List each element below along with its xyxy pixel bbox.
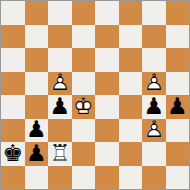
square-e6[interactable] xyxy=(95,48,119,72)
square-f1[interactable] xyxy=(119,166,143,190)
square-e5[interactable] xyxy=(95,72,119,96)
white-pawn-icon: ♙ xyxy=(49,71,70,94)
square-e4[interactable] xyxy=(95,95,119,119)
square-f3[interactable] xyxy=(119,119,143,143)
square-e3[interactable] xyxy=(95,119,119,143)
square-d2[interactable] xyxy=(72,142,96,166)
black-pawn-icon: ♟ xyxy=(49,94,70,117)
white-rook: ♜♖ xyxy=(48,142,72,166)
square-b1[interactable] xyxy=(25,166,49,190)
square-d7[interactable] xyxy=(72,25,96,49)
square-d1[interactable] xyxy=(72,166,96,190)
square-f7[interactable] xyxy=(119,25,143,49)
square-b7[interactable] xyxy=(25,25,49,49)
square-h8[interactable] xyxy=(166,1,190,25)
square-c2[interactable]: ♜♖ xyxy=(48,142,72,166)
square-a6[interactable] xyxy=(1,48,25,72)
white-pawn-icon: ♙ xyxy=(143,71,164,94)
square-h1[interactable] xyxy=(166,166,190,190)
square-c1[interactable] xyxy=(48,166,72,190)
square-a2[interactable]: ♚ xyxy=(1,142,25,166)
square-f2[interactable] xyxy=(119,142,143,166)
square-e2[interactable] xyxy=(95,142,119,166)
black-pawn-icon: ♟ xyxy=(26,118,47,141)
black-pawn: ♟ xyxy=(166,95,190,119)
white-king-icon: ♔ xyxy=(73,94,94,117)
square-b6[interactable] xyxy=(25,48,49,72)
square-h6[interactable] xyxy=(166,48,190,72)
white-pawn: ♟♙ xyxy=(142,119,166,143)
black-king-icon: ♚ xyxy=(2,141,23,164)
square-h3[interactable] xyxy=(166,119,190,143)
black-pawn-icon: ♟ xyxy=(167,94,188,117)
square-b5[interactable] xyxy=(25,72,49,96)
square-f4[interactable] xyxy=(119,95,143,119)
black-pawn-icon: ♟ xyxy=(143,94,164,117)
square-d3[interactable] xyxy=(72,119,96,143)
black-pawn: ♟ xyxy=(48,95,72,119)
square-g1[interactable] xyxy=(142,166,166,190)
black-pawn-icon: ♟ xyxy=(26,141,47,164)
square-e8[interactable] xyxy=(95,1,119,25)
square-f6[interactable] xyxy=(119,48,143,72)
white-pawn-icon: ♙ xyxy=(143,118,164,141)
black-pawn: ♟ xyxy=(25,142,49,166)
white-rook-icon: ♖ xyxy=(49,141,70,164)
square-a7[interactable] xyxy=(1,25,25,49)
square-a4[interactable] xyxy=(1,95,25,119)
square-a1[interactable] xyxy=(1,166,25,190)
square-b8[interactable] xyxy=(25,1,49,25)
square-g8[interactable] xyxy=(142,1,166,25)
black-king: ♚ xyxy=(1,142,25,166)
square-a8[interactable] xyxy=(1,1,25,25)
square-f5[interactable] xyxy=(119,72,143,96)
square-d6[interactable] xyxy=(72,48,96,72)
square-g3[interactable]: ♟♙ xyxy=(142,119,166,143)
white-king: ♚♔ xyxy=(72,95,96,119)
square-e1[interactable] xyxy=(95,166,119,190)
square-h4[interactable]: ♟ xyxy=(166,95,190,119)
square-g7[interactable] xyxy=(142,25,166,49)
square-g2[interactable] xyxy=(142,142,166,166)
square-d4[interactable]: ♚♔ xyxy=(72,95,96,119)
chess-board: ♟♙♟♙♟♚♔♟♟♟♟♙♚♟♜♖ xyxy=(0,0,190,190)
square-e7[interactable] xyxy=(95,25,119,49)
square-c7[interactable] xyxy=(48,25,72,49)
square-h2[interactable] xyxy=(166,142,190,166)
square-f8[interactable] xyxy=(119,1,143,25)
square-a5[interactable] xyxy=(1,72,25,96)
square-c8[interactable] xyxy=(48,1,72,25)
square-b2[interactable]: ♟ xyxy=(25,142,49,166)
square-h7[interactable] xyxy=(166,25,190,49)
square-c4[interactable]: ♟ xyxy=(48,95,72,119)
square-d8[interactable] xyxy=(72,1,96,25)
